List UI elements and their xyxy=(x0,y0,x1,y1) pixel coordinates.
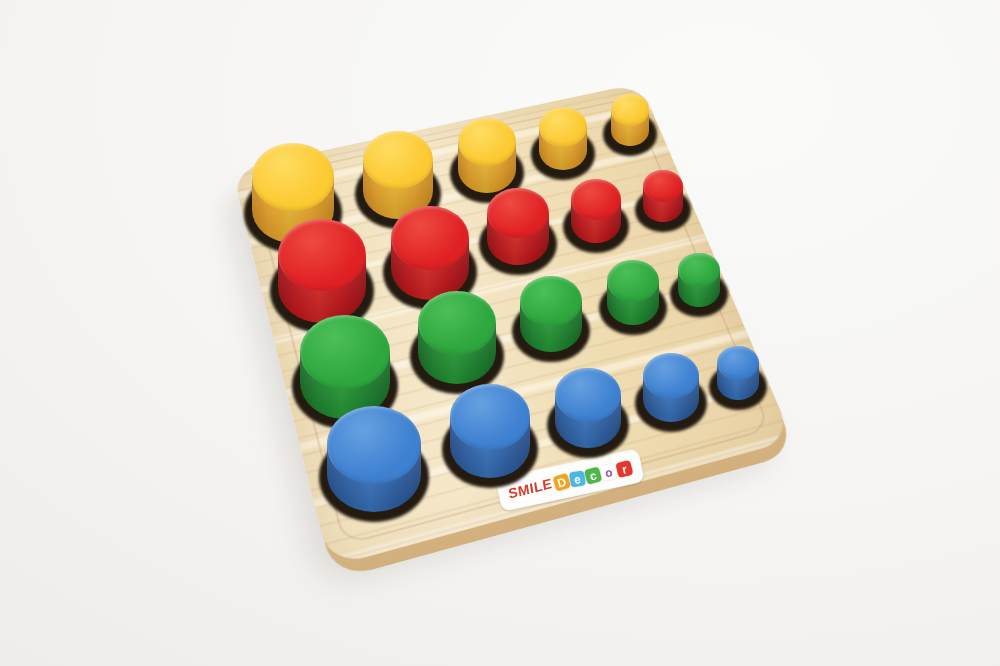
cylinder-red-size-5-top-face xyxy=(278,219,366,291)
peg-grid-layer xyxy=(0,0,1000,666)
cylinder-blue-size-3-top-face xyxy=(555,368,621,422)
cylinder-blue-size-1-top-face xyxy=(717,346,759,380)
cylinder-red-size-3-top-face xyxy=(487,188,549,239)
cylinder-yellow-size-1[interactable] xyxy=(611,94,649,145)
cylinder-red-size-5[interactable] xyxy=(278,219,366,323)
cylinder-red-size-1[interactable] xyxy=(643,170,683,223)
cylinder-blue-size-4-top-face xyxy=(450,384,530,450)
cylinder-green-size-5[interactable] xyxy=(300,315,390,419)
cylinder-green-size-4-top-face xyxy=(418,291,496,355)
photo-scene: SMILE Decor xyxy=(0,0,1000,666)
cylinder-green-size-3-top-face xyxy=(520,276,582,327)
cylinder-yellow-size-2-top-face xyxy=(539,107,587,146)
cylinder-yellow-size-1-top-face xyxy=(611,94,649,125)
cylinder-blue-size-2-top-face xyxy=(643,353,699,399)
cylinder-red-size-4[interactable] xyxy=(391,206,469,300)
cylinder-green-size-1-top-face xyxy=(678,253,720,287)
cylinder-yellow-size-2[interactable] xyxy=(539,107,587,169)
cylinder-red-size-2[interactable] xyxy=(571,179,621,243)
cylinder-green-size-5-top-face xyxy=(300,315,390,389)
cylinder-red-size-1-top-face xyxy=(643,170,683,203)
cylinder-blue-size-5[interactable] xyxy=(327,406,421,511)
cylinder-green-size-1[interactable] xyxy=(678,253,720,307)
cylinder-yellow-size-3[interactable] xyxy=(458,118,516,193)
cylinder-green-size-2-top-face xyxy=(607,260,659,303)
cylinder-yellow-size-4-top-face xyxy=(363,131,433,188)
cylinder-blue-size-4[interactable] xyxy=(450,384,530,478)
cylinder-blue-size-5-top-face xyxy=(327,406,421,483)
cylinder-red-size-4-top-face xyxy=(391,206,469,270)
cylinder-green-size-4[interactable] xyxy=(418,291,496,384)
cylinder-red-size-3[interactable] xyxy=(487,188,549,266)
cylinder-blue-size-1[interactable] xyxy=(717,346,759,400)
cylinder-blue-size-3[interactable] xyxy=(555,368,621,448)
cylinder-yellow-size-5-top-face xyxy=(252,143,334,210)
cylinder-green-size-3[interactable] xyxy=(520,276,582,353)
cylinder-yellow-size-3-top-face xyxy=(458,118,516,166)
cylinder-blue-size-2[interactable] xyxy=(643,353,699,422)
cylinder-red-size-2-top-face xyxy=(571,179,621,220)
cylinder-green-size-2[interactable] xyxy=(607,260,659,326)
